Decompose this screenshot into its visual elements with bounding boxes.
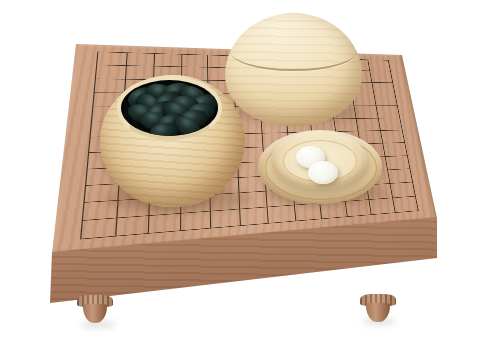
grid-cell xyxy=(211,209,241,228)
white-go-stone xyxy=(308,161,338,184)
grid-cell xyxy=(376,106,399,118)
grid-cell xyxy=(116,216,150,236)
go-set-photo xyxy=(0,0,500,348)
grid-cell xyxy=(368,60,390,72)
grid-cell xyxy=(95,79,126,93)
leg-foot xyxy=(83,304,107,323)
grid-cell xyxy=(385,156,409,170)
grid-cell xyxy=(81,218,117,239)
grid-cell xyxy=(370,71,393,83)
grid-cell xyxy=(393,196,418,212)
grid-cell xyxy=(383,143,407,157)
grid-cell xyxy=(182,55,208,68)
grid-cell xyxy=(356,118,380,131)
grid-cell xyxy=(378,118,402,131)
board-leg-right xyxy=(360,294,396,323)
board-leg-left xyxy=(77,295,113,325)
grid-cell xyxy=(374,94,397,106)
grid-cell xyxy=(155,54,182,67)
grid-cell xyxy=(388,169,413,184)
grid-cell xyxy=(149,213,181,233)
grid-cell xyxy=(268,205,296,223)
grid-cell xyxy=(381,130,405,143)
leg-foot xyxy=(366,303,390,322)
lidded-go-bowl xyxy=(225,13,362,126)
grid-cell xyxy=(126,53,155,67)
grid-cell xyxy=(181,211,212,230)
grid-cell xyxy=(96,65,126,79)
black-stone-bowl-opening xyxy=(117,76,222,140)
grid-cell xyxy=(97,52,127,66)
grid-cell xyxy=(294,203,322,221)
grid-cell xyxy=(372,82,395,94)
grid-cell xyxy=(240,207,269,225)
bowl-lid-seam xyxy=(230,31,356,71)
